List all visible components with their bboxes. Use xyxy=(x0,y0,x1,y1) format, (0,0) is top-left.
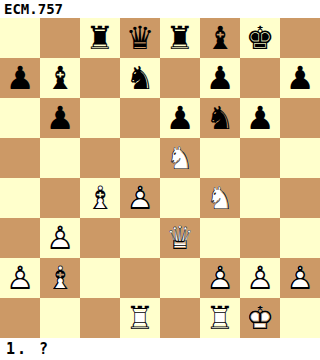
chess-board: ♜♛♜♝♚♟♝♞♟♟♟♟♞♟♞♘♝♗♟♙♞♘♟♙♛♕♟♙♝♗♟♙♟♙♟♙♜♖♜♖… xyxy=(0,18,320,338)
black-rook[interactable]: ♜ xyxy=(80,18,120,58)
move-prompt: 1. ? xyxy=(0,338,320,360)
black-bishop[interactable]: ♝ xyxy=(40,58,80,98)
square-h6[interactable] xyxy=(280,98,320,138)
black-pawn[interactable]: ♟ xyxy=(0,58,40,98)
white-queen-outline: ♕ xyxy=(160,218,200,258)
square-h4[interactable] xyxy=(280,178,320,218)
square-f6[interactable]: ♞ xyxy=(200,98,240,138)
square-d8[interactable]: ♛ xyxy=(120,18,160,58)
white-pawn-outline: ♙ xyxy=(280,258,320,298)
white-knight-outline: ♘ xyxy=(200,178,240,218)
white-bishop-outline: ♗ xyxy=(80,178,120,218)
white-knight[interactable]: ♞♘ xyxy=(200,178,240,218)
square-f5[interactable] xyxy=(200,138,240,178)
black-pawn-glyph: ♟ xyxy=(160,98,200,138)
square-c6[interactable] xyxy=(80,98,120,138)
square-b1[interactable] xyxy=(40,298,80,338)
square-f8[interactable]: ♝ xyxy=(200,18,240,58)
square-h5[interactable] xyxy=(280,138,320,178)
square-d7[interactable]: ♞ xyxy=(120,58,160,98)
square-h8[interactable] xyxy=(280,18,320,58)
white-pawn[interactable]: ♟♙ xyxy=(200,258,240,298)
square-h3[interactable] xyxy=(280,218,320,258)
square-b5[interactable] xyxy=(40,138,80,178)
white-bishop-outline: ♗ xyxy=(40,258,80,298)
square-e6[interactable]: ♟ xyxy=(160,98,200,138)
page-title: ECM.757 xyxy=(0,0,320,18)
square-d4[interactable]: ♟♙ xyxy=(120,178,160,218)
black-pawn[interactable]: ♟ xyxy=(240,98,280,138)
white-queen[interactable]: ♛♕ xyxy=(160,218,200,258)
square-f7[interactable]: ♟ xyxy=(200,58,240,98)
white-rook-outline: ♖ xyxy=(120,298,160,338)
black-knight-glyph: ♞ xyxy=(200,98,240,138)
black-rook-glyph: ♜ xyxy=(80,18,120,58)
square-g2[interactable]: ♟♙ xyxy=(240,258,280,298)
square-e2[interactable] xyxy=(160,258,200,298)
square-c1[interactable] xyxy=(80,298,120,338)
square-f1[interactable]: ♜♖ xyxy=(200,298,240,338)
square-c7[interactable] xyxy=(80,58,120,98)
white-pawn-outline: ♙ xyxy=(200,258,240,298)
square-a3[interactable] xyxy=(0,218,40,258)
square-b4[interactable] xyxy=(40,178,80,218)
square-e3[interactable]: ♛♕ xyxy=(160,218,200,258)
square-c2[interactable] xyxy=(80,258,120,298)
square-g5[interactable] xyxy=(240,138,280,178)
white-rook[interactable]: ♜♖ xyxy=(120,298,160,338)
square-f4[interactable]: ♞♘ xyxy=(200,178,240,218)
black-pawn-glyph: ♟ xyxy=(240,98,280,138)
white-pawn-outline: ♙ xyxy=(40,218,80,258)
square-b8[interactable] xyxy=(40,18,80,58)
black-king[interactable]: ♚ xyxy=(240,18,280,58)
square-f3[interactable] xyxy=(200,218,240,258)
white-bishop[interactable]: ♝♗ xyxy=(80,178,120,218)
white-pawn[interactable]: ♟♙ xyxy=(40,218,80,258)
square-g6[interactable]: ♟ xyxy=(240,98,280,138)
white-pawn[interactable]: ♟♙ xyxy=(0,258,40,298)
square-c3[interactable] xyxy=(80,218,120,258)
black-bishop-glyph: ♝ xyxy=(200,18,240,58)
white-pawn[interactable]: ♟♙ xyxy=(120,178,160,218)
black-bishop-glyph: ♝ xyxy=(40,58,80,98)
black-pawn-glyph: ♟ xyxy=(40,98,80,138)
square-f2[interactable]: ♟♙ xyxy=(200,258,240,298)
chess-app-window: ECM.757 ♜♛♜♝♚♟♝♞♟♟♟♟♞♟♞♘♝♗♟♙♞♘♟♙♛♕♟♙♝♗♟♙… xyxy=(0,0,320,360)
square-h1[interactable] xyxy=(280,298,320,338)
black-rook-glyph: ♜ xyxy=(160,18,200,58)
square-g4[interactable] xyxy=(240,178,280,218)
black-knight-glyph: ♞ xyxy=(120,58,160,98)
black-knight[interactable]: ♞ xyxy=(200,98,240,138)
white-rook-outline: ♖ xyxy=(200,298,240,338)
square-a5[interactable] xyxy=(0,138,40,178)
square-g1[interactable]: ♚♔ xyxy=(240,298,280,338)
white-knight-outline: ♘ xyxy=(160,138,200,178)
white-king-outline: ♔ xyxy=(240,298,280,338)
white-pawn-outline: ♙ xyxy=(120,178,160,218)
square-c5[interactable] xyxy=(80,138,120,178)
square-a7[interactable]: ♟ xyxy=(0,58,40,98)
white-pawn[interactable]: ♟♙ xyxy=(240,258,280,298)
white-rook[interactable]: ♜♖ xyxy=(200,298,240,338)
square-b7[interactable]: ♝ xyxy=(40,58,80,98)
white-pawn[interactable]: ♟♙ xyxy=(280,258,320,298)
white-king[interactable]: ♚♔ xyxy=(240,298,280,338)
black-pawn-glyph: ♟ xyxy=(0,58,40,98)
black-king-glyph: ♚ xyxy=(240,18,280,58)
square-a1[interactable] xyxy=(0,298,40,338)
black-pawn[interactable]: ♟ xyxy=(200,58,240,98)
square-d1[interactable]: ♜♖ xyxy=(120,298,160,338)
square-d6[interactable] xyxy=(120,98,160,138)
square-b2[interactable]: ♝♗ xyxy=(40,258,80,298)
square-b6[interactable]: ♟ xyxy=(40,98,80,138)
black-pawn[interactable]: ♟ xyxy=(160,98,200,138)
white-pawn-outline: ♙ xyxy=(240,258,280,298)
square-g7[interactable] xyxy=(240,58,280,98)
square-e4[interactable] xyxy=(160,178,200,218)
black-queen-glyph: ♛ xyxy=(120,18,160,58)
black-bishop[interactable]: ♝ xyxy=(200,18,240,58)
square-e5[interactable]: ♞♘ xyxy=(160,138,200,178)
square-d2[interactable] xyxy=(120,258,160,298)
square-b3[interactable]: ♟♙ xyxy=(40,218,80,258)
square-g8[interactable]: ♚ xyxy=(240,18,280,58)
white-knight[interactable]: ♞♘ xyxy=(160,138,200,178)
black-pawn[interactable]: ♟ xyxy=(40,98,80,138)
square-d3[interactable] xyxy=(120,218,160,258)
black-pawn[interactable]: ♟ xyxy=(280,58,320,98)
square-h7[interactable]: ♟ xyxy=(280,58,320,98)
square-a2[interactable]: ♟♙ xyxy=(0,258,40,298)
black-rook[interactable]: ♜ xyxy=(160,18,200,58)
black-knight[interactable]: ♞ xyxy=(120,58,160,98)
square-a8[interactable] xyxy=(0,18,40,58)
black-pawn-glyph: ♟ xyxy=(280,58,320,98)
square-c8[interactable]: ♜ xyxy=(80,18,120,58)
square-d5[interactable] xyxy=(120,138,160,178)
white-bishop[interactable]: ♝♗ xyxy=(40,258,80,298)
square-h2[interactable]: ♟♙ xyxy=(280,258,320,298)
black-pawn-glyph: ♟ xyxy=(200,58,240,98)
square-e8[interactable]: ♜ xyxy=(160,18,200,58)
square-e1[interactable] xyxy=(160,298,200,338)
white-pawn-outline: ♙ xyxy=(0,258,40,298)
square-e7[interactable] xyxy=(160,58,200,98)
square-c4[interactable]: ♝♗ xyxy=(80,178,120,218)
square-a6[interactable] xyxy=(0,98,40,138)
square-g3[interactable] xyxy=(240,218,280,258)
square-a4[interactable] xyxy=(0,178,40,218)
black-queen[interactable]: ♛ xyxy=(120,18,160,58)
